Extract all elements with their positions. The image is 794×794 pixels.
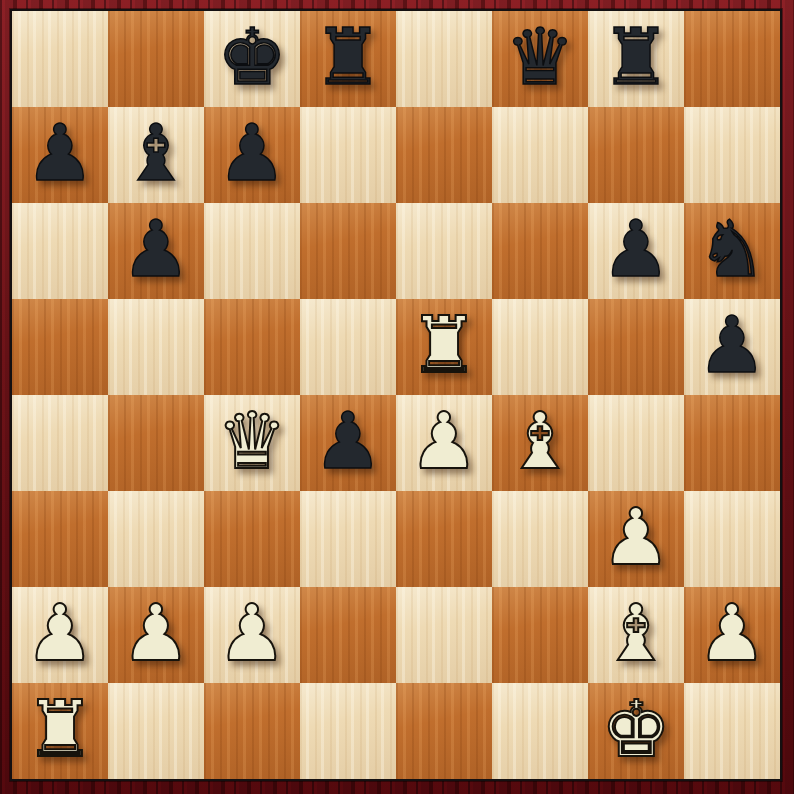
square-h4[interactable] [684, 395, 780, 491]
square-a4[interactable] [12, 395, 108, 491]
square-h3[interactable] [684, 491, 780, 587]
piece-black-queen[interactable]: ♛ [492, 11, 588, 107]
piece-white-king[interactable]: ♚ [588, 683, 684, 779]
square-g6[interactable]: ♟ [588, 203, 684, 299]
square-e6[interactable] [396, 203, 492, 299]
piece-black-pawn[interactable]: ♟ [204, 107, 300, 203]
piece-white-pawn[interactable]: ♟ [108, 587, 204, 683]
square-c4[interactable]: ♛ [204, 395, 300, 491]
square-h5[interactable]: ♟ [684, 299, 780, 395]
chess-board: ♚♜♛♜♟♝♟♟♟♞♜♟♛♟♟♝♟♟♟♟♝♟♜♚ [12, 11, 780, 779]
square-g8[interactable]: ♜ [588, 11, 684, 107]
square-e3[interactable] [396, 491, 492, 587]
square-a1[interactable]: ♜ [12, 683, 108, 779]
square-f1[interactable] [492, 683, 588, 779]
square-h6[interactable]: ♞ [684, 203, 780, 299]
square-g1[interactable]: ♚ [588, 683, 684, 779]
piece-white-pawn[interactable]: ♟ [684, 587, 780, 683]
piece-black-king[interactable]: ♚ [204, 11, 300, 107]
piece-black-pawn[interactable]: ♟ [12, 107, 108, 203]
square-e2[interactable] [396, 587, 492, 683]
square-c8[interactable]: ♚ [204, 11, 300, 107]
piece-black-pawn[interactable]: ♟ [300, 395, 396, 491]
square-d3[interactable] [300, 491, 396, 587]
piece-white-queen[interactable]: ♛ [204, 395, 300, 491]
square-d4[interactable]: ♟ [300, 395, 396, 491]
square-d2[interactable] [300, 587, 396, 683]
square-e7[interactable] [396, 107, 492, 203]
piece-white-rook[interactable]: ♜ [12, 683, 108, 779]
square-b2[interactable]: ♟ [108, 587, 204, 683]
square-b6[interactable]: ♟ [108, 203, 204, 299]
piece-white-bishop[interactable]: ♝ [492, 395, 588, 491]
square-c3[interactable] [204, 491, 300, 587]
square-h7[interactable] [684, 107, 780, 203]
piece-black-pawn[interactable]: ♟ [684, 299, 780, 395]
square-c5[interactable] [204, 299, 300, 395]
square-g5[interactable] [588, 299, 684, 395]
square-d5[interactable] [300, 299, 396, 395]
piece-black-knight[interactable]: ♞ [684, 203, 780, 299]
piece-black-pawn[interactable]: ♟ [108, 203, 204, 299]
square-h8[interactable] [684, 11, 780, 107]
square-f7[interactable] [492, 107, 588, 203]
square-g3[interactable]: ♟ [588, 491, 684, 587]
square-a2[interactable]: ♟ [12, 587, 108, 683]
square-a3[interactable] [12, 491, 108, 587]
piece-black-pawn[interactable]: ♟ [588, 203, 684, 299]
piece-black-rook[interactable]: ♜ [588, 11, 684, 107]
piece-white-pawn[interactable]: ♟ [588, 491, 684, 587]
square-c2[interactable]: ♟ [204, 587, 300, 683]
square-a8[interactable] [12, 11, 108, 107]
square-c6[interactable] [204, 203, 300, 299]
square-e1[interactable] [396, 683, 492, 779]
square-f6[interactable] [492, 203, 588, 299]
square-g7[interactable] [588, 107, 684, 203]
piece-black-bishop[interactable]: ♝ [108, 107, 204, 203]
square-e5[interactable]: ♜ [396, 299, 492, 395]
square-d7[interactable] [300, 107, 396, 203]
piece-white-pawn[interactable]: ♟ [204, 587, 300, 683]
board-frame: ♚♜♛♜♟♝♟♟♟♞♜♟♛♟♟♝♟♟♟♟♝♟♜♚ [0, 0, 794, 794]
square-b5[interactable] [108, 299, 204, 395]
square-b7[interactable]: ♝ [108, 107, 204, 203]
piece-black-rook[interactable]: ♜ [300, 11, 396, 107]
square-b4[interactable] [108, 395, 204, 491]
square-e8[interactable] [396, 11, 492, 107]
square-a5[interactable] [12, 299, 108, 395]
square-f2[interactable] [492, 587, 588, 683]
square-d8[interactable]: ♜ [300, 11, 396, 107]
square-d1[interactable] [300, 683, 396, 779]
square-g4[interactable] [588, 395, 684, 491]
piece-white-pawn[interactable]: ♟ [396, 395, 492, 491]
square-b1[interactable] [108, 683, 204, 779]
square-f3[interactable] [492, 491, 588, 587]
piece-white-pawn[interactable]: ♟ [12, 587, 108, 683]
square-c7[interactable]: ♟ [204, 107, 300, 203]
square-f5[interactable] [492, 299, 588, 395]
square-d6[interactable] [300, 203, 396, 299]
square-h2[interactable]: ♟ [684, 587, 780, 683]
square-f4[interactable]: ♝ [492, 395, 588, 491]
square-g2[interactable]: ♝ [588, 587, 684, 683]
square-c1[interactable] [204, 683, 300, 779]
square-b3[interactable] [108, 491, 204, 587]
square-a7[interactable]: ♟ [12, 107, 108, 203]
square-b8[interactable] [108, 11, 204, 107]
piece-white-rook[interactable]: ♜ [396, 299, 492, 395]
square-h1[interactable] [684, 683, 780, 779]
piece-white-bishop[interactable]: ♝ [588, 587, 684, 683]
square-a6[interactable] [12, 203, 108, 299]
square-f8[interactable]: ♛ [492, 11, 588, 107]
square-e4[interactable]: ♟ [396, 395, 492, 491]
